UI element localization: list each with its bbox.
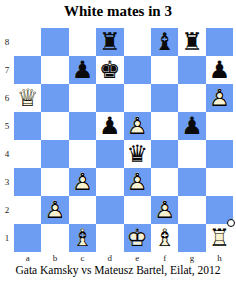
rank-label-3: 3 — [0, 168, 14, 196]
chess-board: ♜♝♜♟♚♟♛♕♟♙♟♟♙♟♛♟♙♟♙♟♙♟♙♝♗♚♔♝♗♜♖ — [14, 28, 233, 252]
white-king-e1: ♚♔ — [124, 224, 151, 252]
square-b7[interactable] — [41, 56, 68, 84]
square-b6[interactable] — [41, 84, 68, 112]
white-bishop-c1: ♝♗ — [69, 224, 96, 252]
square-h4[interactable] — [206, 140, 233, 168]
rank-labels: 87654321 — [0, 28, 14, 252]
square-d8[interactable]: ♜ — [96, 28, 123, 56]
square-e4[interactable]: ♛ — [124, 140, 151, 168]
square-a4[interactable] — [14, 140, 41, 168]
white-pawn-e3: ♟♙ — [124, 168, 151, 196]
square-b3[interactable] — [41, 168, 68, 196]
rank-label-5: 5 — [0, 112, 14, 140]
square-d7[interactable]: ♚ — [96, 56, 123, 84]
file-labels: abcdefgh — [14, 252, 233, 264]
square-b1[interactable] — [41, 224, 68, 252]
white-pawn-f2: ♟♙ — [151, 196, 178, 224]
black-king-d7: ♚ — [96, 56, 123, 84]
file-label-d: d — [96, 252, 123, 264]
puzzle-title: White mates in 3 — [0, 3, 236, 20]
square-g4[interactable] — [178, 140, 205, 168]
square-e1[interactable]: ♚♔ — [124, 224, 151, 252]
square-e7[interactable] — [124, 56, 151, 84]
file-label-g: g — [178, 252, 205, 264]
square-a2[interactable] — [14, 196, 41, 224]
black-rook-g8: ♜ — [179, 28, 206, 56]
black-bishop-f8: ♝ — [151, 28, 178, 56]
square-c6[interactable] — [69, 84, 96, 112]
black-pawn-c7: ♟ — [69, 56, 96, 84]
square-a1[interactable] — [14, 224, 41, 252]
black-pawn-h7: ♟ — [206, 56, 233, 84]
square-g5[interactable]: ♟ — [178, 112, 205, 140]
square-b2[interactable]: ♟♙ — [41, 196, 68, 224]
square-f6[interactable] — [151, 84, 178, 112]
white-pawn-b2: ♟♙ — [42, 196, 69, 224]
square-f5[interactable] — [151, 112, 178, 140]
file-label-h: h — [206, 252, 233, 264]
white-rook-h1: ♜♖ — [206, 224, 233, 252]
square-g1[interactable] — [178, 224, 205, 252]
square-c3[interactable]: ♟♙ — [69, 168, 96, 196]
rank-label-1: 1 — [0, 224, 14, 252]
white-queen-a6: ♛♕ — [14, 84, 41, 112]
square-d1[interactable] — [96, 224, 123, 252]
square-h7[interactable]: ♟ — [206, 56, 233, 84]
square-f3[interactable] — [151, 168, 178, 196]
game-caption: Gata Kamsky vs Mateusz Bartel, Eilat, 20… — [0, 264, 236, 276]
square-g3[interactable] — [178, 168, 205, 196]
white-to-move-indicator — [227, 219, 235, 227]
square-f1[interactable]: ♝♗ — [151, 224, 178, 252]
square-h8[interactable] — [206, 28, 233, 56]
square-a3[interactable] — [14, 168, 41, 196]
file-label-c: c — [69, 252, 96, 264]
rank-label-2: 2 — [0, 196, 14, 224]
rank-label-4: 4 — [0, 140, 14, 168]
white-bishop-f1: ♝♗ — [151, 224, 178, 252]
white-pawn-h6: ♟♙ — [206, 84, 233, 112]
chess-puzzle-page: White mates in 3 87654321 ♜♝♜♟♚♟♛♕♟♙♟♟♙♟… — [0, 0, 236, 284]
square-h5[interactable] — [206, 112, 233, 140]
square-c2[interactable] — [69, 196, 96, 224]
square-h3[interactable] — [206, 168, 233, 196]
square-b5[interactable] — [41, 112, 68, 140]
square-e6[interactable] — [124, 84, 151, 112]
file-label-f: f — [151, 252, 178, 264]
square-f8[interactable]: ♝ — [151, 28, 178, 56]
square-e2[interactable] — [124, 196, 151, 224]
rank-label-7: 7 — [0, 56, 14, 84]
square-d4[interactable] — [96, 140, 123, 168]
file-label-b: b — [41, 252, 68, 264]
square-h6[interactable]: ♟♙ — [206, 84, 233, 112]
black-rook-d8: ♜ — [96, 28, 123, 56]
white-pawn-e5: ♟♙ — [124, 112, 151, 140]
square-g7[interactable] — [178, 56, 205, 84]
square-c4[interactable] — [69, 140, 96, 168]
square-g8[interactable]: ♜ — [178, 28, 205, 56]
white-pawn-c3: ♟♙ — [69, 168, 96, 196]
square-d5[interactable]: ♟ — [96, 112, 123, 140]
square-c1[interactable]: ♝♗ — [69, 224, 96, 252]
black-pawn-d5: ♟ — [96, 112, 123, 140]
square-a7[interactable] — [14, 56, 41, 84]
square-g2[interactable] — [178, 196, 205, 224]
square-b8[interactable] — [41, 28, 68, 56]
square-e3[interactable]: ♟♙ — [124, 168, 151, 196]
rank-label-6: 6 — [0, 84, 14, 112]
square-e8[interactable] — [124, 28, 151, 56]
file-label-e: e — [124, 252, 151, 264]
square-c7[interactable]: ♟ — [69, 56, 96, 84]
square-a6[interactable]: ♛♕ — [14, 84, 41, 112]
square-e5[interactable]: ♟♙ — [124, 112, 151, 140]
square-g6[interactable] — [178, 84, 205, 112]
square-d2[interactable] — [96, 196, 123, 224]
square-f4[interactable] — [151, 140, 178, 168]
rank-label-8: 8 — [0, 28, 14, 56]
square-f2[interactable]: ♟♙ — [151, 196, 178, 224]
square-d6[interactable] — [96, 84, 123, 112]
square-a8[interactable] — [14, 28, 41, 56]
square-f7[interactable] — [151, 56, 178, 84]
file-label-a: a — [14, 252, 41, 264]
black-queen-e4: ♛ — [124, 140, 151, 168]
black-pawn-g5: ♟ — [179, 112, 206, 140]
square-c5[interactable] — [69, 112, 96, 140]
square-a5[interactable] — [14, 112, 41, 140]
square-c8[interactable] — [69, 28, 96, 56]
square-b4[interactable] — [41, 140, 68, 168]
square-d3[interactable] — [96, 168, 123, 196]
square-h1[interactable]: ♜♖ — [206, 224, 233, 252]
